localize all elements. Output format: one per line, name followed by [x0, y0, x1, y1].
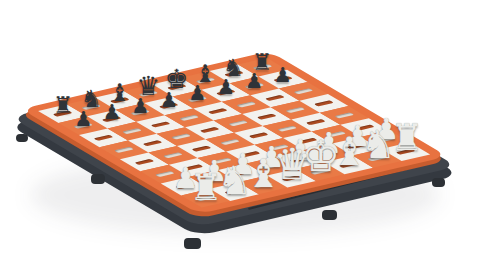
piece-slot [200, 127, 220, 133]
piece-slot [94, 135, 114, 141]
board-foot [184, 238, 201, 249]
piece-slot [265, 95, 285, 101]
side-latch-knob [91, 174, 105, 184]
piece-slot [179, 115, 199, 121]
piece-slot [151, 121, 171, 127]
piece-black-pawn[interactable]: ♟ [217, 77, 235, 97]
piece-black-rook[interactable]: ♜ [53, 94, 73, 117]
board-foot [16, 134, 28, 142]
piece-slot [257, 114, 277, 120]
piece-white-knight[interactable]: ♞ [217, 161, 252, 200]
piece-slot [143, 140, 163, 146]
piece-slot [334, 112, 354, 118]
piece-slot [249, 132, 269, 138]
piece-slot [228, 120, 248, 126]
piece-black-pawn[interactable]: ♟ [188, 83, 206, 103]
piece-slot [114, 147, 134, 153]
piece-slot [236, 102, 256, 108]
piece-black-pawn[interactable]: ♟ [131, 96, 149, 116]
piece-white-rook[interactable]: ♜ [190, 170, 223, 207]
board-foot [322, 210, 337, 220]
piece-slot [192, 146, 212, 152]
piece-slot [122, 128, 142, 134]
piece-slot [135, 159, 155, 165]
piece-slot [171, 134, 191, 140]
piece-black-pawn[interactable]: ♟ [103, 102, 121, 122]
piece-black-pawn[interactable]: ♟ [74, 109, 92, 129]
piece-slot [220, 139, 240, 145]
piece-slot [208, 108, 228, 114]
piece-slot [285, 107, 305, 113]
piece-black-pawn[interactable]: ♟ [274, 65, 292, 85]
piece-slot [163, 152, 183, 158]
piece-black-pawn[interactable]: ♟ [160, 90, 178, 110]
piece-black-pawn[interactable]: ♟ [245, 71, 263, 91]
piece-slot [314, 100, 334, 106]
piece-slot [294, 88, 314, 94]
piece-slot [277, 126, 297, 132]
board-foot [432, 178, 445, 187]
piece-slot [306, 119, 326, 125]
scene: ♜♞♝♛♚♝♞♜♟♟♟♟♟♟♟♟♟♟♟♟♟♟♟♟♜♞♝♛♚♝♞♜ [0, 0, 480, 270]
